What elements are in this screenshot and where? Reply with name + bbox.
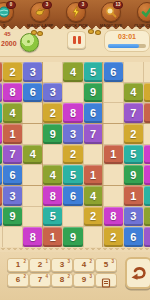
sudoku-tile[interactable]: 9	[84, 83, 103, 103]
tile-digit: 5	[50, 210, 56, 222]
sudoku-tile[interactable]	[0, 124, 2, 144]
sudoku-tile[interactable]: 2	[3, 62, 22, 82]
tile-digit: 4	[10, 107, 16, 119]
sudoku-empty-cell[interactable]	[104, 165, 123, 185]
tile-digit: 6	[110, 66, 116, 78]
sudoku-tile[interactable]: 2	[63, 145, 82, 165]
digit-key-2[interactable]: 21	[29, 258, 51, 272]
notes-key[interactable]	[95, 273, 117, 287]
sudoku-tile[interactable]: 8	[3, 83, 22, 103]
powerup-button[interactable]: 13MAGIC EYE	[96, 2, 126, 28]
sudoku-tile[interactable]: 6	[124, 227, 143, 247]
tile-digit: 3	[130, 210, 136, 222]
sudoku-tile[interactable]: 4	[63, 62, 82, 82]
sudoku-empty-cell[interactable]	[23, 103, 42, 123]
tile-digit: 9	[90, 86, 96, 98]
sudoku-tile[interactable]: 2	[43, 103, 62, 123]
tile-digit: 9	[50, 128, 56, 140]
tile-digit: 4	[130, 86, 136, 98]
sudoku-tile[interactable]	[0, 103, 2, 123]
key-remaining-count: 3	[89, 274, 92, 279]
sudoku-tile[interactable]: 2	[104, 227, 123, 247]
sudoku-tile[interactable]: 9	[3, 207, 22, 227]
time-progress-track	[108, 44, 146, 48]
tile-digit: 9	[130, 169, 136, 181]
kiwi-bonus-button[interactable]	[20, 33, 39, 52]
sudoku-empty-cell[interactable]	[23, 186, 42, 206]
sudoku-tile[interactable]	[0, 165, 2, 185]
sudoku-tile[interactable]: 3	[63, 124, 82, 144]
key-remaining-count: 2	[23, 259, 26, 264]
tile-digit: 1	[90, 169, 96, 181]
sudoku-empty-cell[interactable]	[3, 227, 22, 247]
key-remaining-count: 2	[23, 274, 26, 279]
tile-digit: 4	[50, 169, 56, 181]
sudoku-tile[interactable]: 5	[124, 145, 143, 165]
tile-digit: 5	[130, 148, 136, 160]
pause-button[interactable]	[67, 31, 86, 49]
sudoku-tile[interactable]: 9	[43, 124, 62, 144]
digit-key-6[interactable]: 62	[7, 273, 29, 287]
sudoku-tile[interactable]: 6	[63, 186, 82, 206]
box-divider	[0, 185, 150, 186]
tile-digit: 4	[90, 190, 96, 202]
tile-digit: 6	[10, 169, 16, 181]
pause-icon	[73, 36, 76, 44]
tile-digit: 3	[30, 66, 36, 78]
tile-digit: 8	[110, 210, 116, 222]
sudoku-tile[interactable]: 3	[124, 207, 143, 227]
sudoku-empty-cell[interactable]	[144, 62, 150, 82]
sudoku-tile[interactable]: 2	[144, 83, 150, 103]
bee-icon	[95, 30, 101, 35]
sudoku-tile[interactable]: 7	[84, 124, 103, 144]
timer-value: 03:01	[105, 33, 149, 40]
keypad-footer: 122133425362748293	[0, 252, 150, 300]
magnifier-icon: 13	[101, 2, 121, 22]
tile-digit: 5	[90, 66, 96, 78]
sudoku-tile[interactable]	[0, 83, 2, 103]
sudoku-tile[interactable]	[0, 186, 2, 206]
sudoku-empty-cell[interactable]	[23, 207, 42, 227]
sudoku-tile[interactable]: 9	[124, 165, 143, 185]
sudoku-tile[interactable]	[0, 207, 2, 227]
sudoku-tile[interactable]: 4	[144, 207, 150, 227]
sudoku-empty-cell[interactable]	[104, 83, 123, 103]
sudoku-tile[interactable]: 4	[43, 165, 62, 185]
sudoku-tile[interactable]: 4	[84, 186, 103, 206]
timer-widget: 03:01	[104, 30, 150, 52]
tile-digit: 8	[30, 231, 36, 243]
sudoku-tile[interactable]: 8	[104, 207, 123, 227]
sudoku-empty-cell[interactable]	[104, 124, 123, 144]
digit-key-8[interactable]: 82	[51, 273, 73, 287]
tile-digit: 8	[50, 190, 56, 202]
sudoku-tile[interactable]: 6	[104, 62, 123, 82]
sudoku-tile[interactable]: 6	[23, 83, 42, 103]
tile-digit: 2	[70, 148, 76, 160]
sudoku-empty-cell[interactable]	[23, 165, 42, 185]
digit-key-4[interactable]: 42	[73, 258, 95, 272]
tile-digit: 4	[30, 148, 36, 160]
key-remaining-count: 3	[111, 259, 114, 264]
sudoku-tile[interactable]: 4	[3, 103, 22, 123]
sudoku-tile[interactable]: 7	[124, 103, 143, 123]
tile-digit: 7	[90, 128, 96, 140]
sudoku-tile[interactable]: 8	[43, 186, 62, 206]
key-remaining-count: 4	[45, 274, 48, 279]
sudoku-tile[interactable]: 4	[23, 145, 42, 165]
powerup-label: QUICK PICK	[61, 23, 91, 28]
tile-digit: 1	[110, 148, 116, 160]
sudoku-tile[interactable]: 2	[84, 207, 103, 227]
sudoku-empty-cell[interactable]	[23, 124, 42, 144]
powerup-button[interactable]: 3QUICK PICK	[61, 2, 91, 28]
tile-digit: 1	[10, 128, 16, 140]
tile-digit: 7	[130, 107, 136, 119]
tile-digit: 2	[110, 231, 116, 243]
sudoku-tile[interactable]	[0, 145, 2, 165]
sudoku-tile[interactable]: 7	[144, 227, 150, 247]
undo-button[interactable]	[125, 257, 150, 289]
sudoku-tile[interactable]: 8	[23, 227, 42, 247]
status-shelf: 45 2000 03:01	[0, 30, 150, 57]
tile-digit: 1	[50, 231, 56, 243]
tile-digit: 9	[70, 231, 76, 243]
key-remaining-count: 3	[67, 259, 70, 264]
lightning-icon: 3	[66, 2, 86, 22]
tile-digit: 3	[10, 190, 16, 202]
powerup-button[interactable]: 3MAGIC LAMP	[25, 2, 55, 28]
sudoku-tile[interactable]: 1	[43, 227, 62, 247]
sudoku-empty-cell[interactable]	[104, 186, 123, 206]
sudoku-empty-cell[interactable]	[43, 62, 62, 82]
tile-digit: 2	[10, 66, 16, 78]
tile-digit: 9	[10, 210, 16, 222]
key-remaining-count: 2	[67, 274, 70, 279]
globe-icon: 0	[0, 2, 14, 22]
powerup-count-badge: 3	[42, 1, 52, 9]
sudoku-tile[interactable]: 1	[124, 186, 143, 206]
sudoku-tile[interactable]: 3	[3, 186, 22, 206]
digit-key-3[interactable]: 33	[51, 258, 73, 272]
sudoku-tile[interactable]: 5	[144, 186, 150, 206]
time-progress-fill	[108, 44, 139, 48]
digit-key-1[interactable]: 12	[7, 258, 29, 272]
sudoku-empty-cell[interactable]	[63, 207, 82, 227]
digit-key-5[interactable]: 53	[95, 258, 117, 272]
sudoku-tile[interactable]: 6	[3, 165, 22, 185]
sudoku-empty-cell[interactable]	[84, 145, 103, 165]
powerup-button[interactable]: CLUE CHECK	[132, 2, 150, 28]
sudoku-empty-cell[interactable]	[0, 227, 2, 247]
tile-digit: 8	[70, 107, 76, 119]
sudoku-empty-cell[interactable]	[124, 62, 143, 82]
check-icon	[137, 2, 150, 22]
sudoku-tile[interactable]: 3	[43, 83, 62, 103]
tile-digit: 1	[130, 190, 136, 202]
sudoku-tile[interactable]: 1	[144, 103, 150, 123]
sudoku-empty-cell[interactable]	[104, 103, 123, 123]
box-divider	[0, 123, 150, 124]
powerup-label: 5	[0, 23, 19, 28]
sudoku-tile[interactable]: 8	[63, 103, 82, 123]
bee-icon	[37, 31, 43, 36]
game-screen: 053MAGIC LAMP3QUICK PICK13MAGIC EYECLUE …	[0, 0, 150, 300]
sudoku-empty-cell[interactable]	[63, 83, 82, 103]
coins-value: 2000	[1, 40, 17, 47]
tile-digit: 6	[90, 107, 96, 119]
tile-digit: 7	[10, 148, 16, 160]
sudoku-tile[interactable]: 7	[3, 145, 22, 165]
pause-icon	[78, 36, 81, 44]
sudoku-tile[interactable]: 6	[84, 103, 103, 123]
sudoku-tile[interactable]: 9	[63, 227, 82, 247]
tile-digit: 3	[50, 86, 56, 98]
powerup-count-badge: 0	[6, 1, 16, 9]
sudoku-tile[interactable]: 1	[3, 124, 22, 144]
sudoku-board: 2345686394242867119372742158645198386415…	[0, 56, 150, 252]
sudoku-tile[interactable]: 8	[144, 165, 150, 185]
powerup-count-badge: 3	[78, 1, 88, 9]
box-divider	[102, 62, 103, 247]
digit-key-7[interactable]: 74	[29, 273, 51, 287]
tile-digit: 6	[70, 190, 76, 202]
tile-digit: 8	[10, 86, 16, 98]
sudoku-tile[interactable]: 1	[104, 145, 123, 165]
sudoku-tile[interactable]	[0, 62, 2, 82]
tile-digit: 6	[30, 86, 36, 98]
tile-digit: 6	[130, 231, 136, 243]
tile-digit: 5	[70, 169, 76, 181]
sudoku-tile[interactable]: 8	[144, 145, 150, 165]
tile-digit: 2	[130, 128, 136, 140]
score-value: 45	[4, 31, 11, 37]
bee-icon	[88, 29, 94, 34]
sudoku-tile[interactable]: 2	[124, 124, 143, 144]
powerup-button[interactable]: 05	[0, 2, 19, 28]
tile-digit: 2	[90, 210, 96, 222]
undo-icon	[131, 266, 147, 280]
sudoku-tile[interactable]: 4	[124, 83, 143, 103]
tile-digit: 3	[70, 128, 76, 140]
powerup-label: CLUE CHECK	[132, 23, 150, 28]
sudoku-empty-cell[interactable]	[43, 145, 62, 165]
tile-digit: 4	[70, 66, 76, 78]
sudoku-tile[interactable]: 5	[84, 62, 103, 82]
notes-icon	[101, 278, 111, 288]
key-remaining-count: 2	[89, 259, 92, 264]
sudoku-empty-cell[interactable]	[144, 124, 150, 144]
powerup-count-badge: 13	[113, 1, 123, 9]
sudoku-tile[interactable]: 3	[23, 62, 42, 82]
sudoku-tile[interactable]: 1	[84, 165, 103, 185]
powerup-label: MAGIC EYE	[96, 23, 126, 28]
sudoku-empty-cell[interactable]	[84, 227, 103, 247]
box-divider	[42, 62, 43, 247]
digit-key-9[interactable]: 93	[73, 273, 95, 287]
tile-digit: 2	[50, 107, 56, 119]
sudoku-tile[interactable]: 5	[63, 165, 82, 185]
lamp-icon: 3	[30, 2, 50, 22]
powerup-label: MAGIC LAMP	[25, 23, 55, 28]
key-remaining-count: 1	[45, 259, 48, 264]
sudoku-tile[interactable]: 5	[43, 207, 62, 227]
